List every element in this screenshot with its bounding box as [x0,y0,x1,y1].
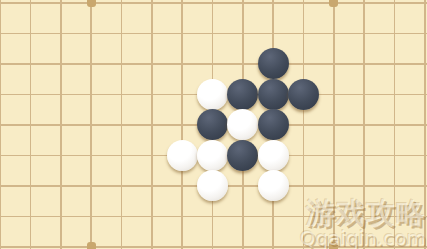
white-stone: ○ [167,140,198,171]
board-intersection[interactable] [46,201,76,232]
board-intersection[interactable] [76,49,106,80]
board-intersection[interactable] [258,18,288,49]
board-intersection[interactable] [258,232,288,249]
board-intersection[interactable] [137,201,167,232]
board-intersection[interactable] [197,232,227,249]
board-intersection[interactable] [410,201,427,232]
board-intersection[interactable] [379,110,409,141]
board-intersection[interactable] [15,79,45,110]
board-intersection[interactable] [197,18,227,49]
board-intersection[interactable] [319,0,349,18]
board-intersection[interactable]: ● [228,140,258,171]
star-point [329,0,338,7]
board-intersection[interactable] [46,110,76,141]
stone-glyph: ○ [263,174,284,198]
star-point [87,242,96,249]
board-intersection[interactable]: ○ [197,79,227,110]
board-intersection[interactable] [349,140,379,171]
board-intersection[interactable] [76,110,106,141]
board-intersection[interactable] [106,171,136,202]
board-intersection[interactable] [46,0,76,18]
board-intersection[interactable] [76,232,106,249]
gomoku-board-grid: ●○●●●●○●○○●○○○ [0,0,427,249]
board-intersection[interactable] [319,49,349,80]
stone-glyph: ○ [263,143,284,167]
board-intersection[interactable] [137,79,167,110]
board-intersection[interactable] [15,140,45,171]
board-intersection[interactable] [167,18,197,49]
board-intersection[interactable] [15,18,45,49]
board-intersection[interactable] [167,171,197,202]
board-intersection[interactable] [0,201,15,232]
board-intersection[interactable] [0,140,15,171]
board-intersection[interactable] [76,79,106,110]
board-intersection[interactable] [349,201,379,232]
board-intersection[interactable] [349,49,379,80]
board-intersection[interactable] [137,232,167,249]
board-intersection[interactable] [319,110,349,141]
board-intersection[interactable] [410,49,427,80]
stone-glyph: ● [202,113,223,137]
board-intersection[interactable]: ○ [228,110,258,141]
board-intersection[interactable] [46,140,76,171]
board-intersection[interactable] [137,140,167,171]
board-intersection[interactable] [15,232,45,249]
board-intersection[interactable] [228,171,258,202]
stone-glyph: ○ [172,143,193,167]
board-intersection[interactable] [197,0,227,18]
board-intersection[interactable]: ● [258,110,288,141]
board-intersection[interactable] [288,110,318,141]
board-intersection[interactable] [319,18,349,49]
board-intersection[interactable] [319,171,349,202]
board-intersection[interactable] [76,18,106,49]
board-intersection[interactable] [76,140,106,171]
board-intersection[interactable] [410,140,427,171]
board-intersection[interactable] [137,18,167,49]
board-intersection[interactable] [288,0,318,18]
board-intersection[interactable] [379,49,409,80]
board-intersection[interactable] [137,0,167,18]
stone-glyph: ● [263,52,284,76]
board-intersection[interactable] [410,79,427,110]
black-stone: ● [258,79,289,110]
board-intersection[interactable] [379,232,409,249]
board-intersection[interactable]: ● [258,79,288,110]
board-intersection[interactable] [410,171,427,202]
board-intersection[interactable] [197,49,227,80]
board-intersection[interactable] [167,110,197,141]
stone-glyph: ● [232,82,253,106]
board-intersection[interactable] [15,201,45,232]
black-stone: ● [288,79,319,110]
board-intersection[interactable] [349,110,379,141]
board-intersection[interactable]: ○ [197,140,227,171]
board-intersection[interactable] [15,0,45,18]
board-intersection[interactable] [167,49,197,80]
white-stone: ○ [197,140,228,171]
board-intersection[interactable] [288,171,318,202]
board-intersection[interactable] [349,79,379,110]
board-intersection[interactable] [258,201,288,232]
board-intersection[interactable] [106,201,136,232]
board-intersection[interactable] [379,0,409,18]
board-intersection[interactable] [46,49,76,80]
board-intersection[interactable] [197,201,227,232]
board-intersection[interactable] [167,201,197,232]
board-intersection[interactable] [106,18,136,49]
board-intersection[interactable] [349,0,379,18]
white-stone: ○ [197,79,228,110]
board-intersection[interactable] [410,18,427,49]
board-intersection[interactable] [319,79,349,110]
board-intersection[interactable] [0,0,15,18]
board-intersection[interactable] [349,232,379,249]
board-intersection[interactable] [106,140,136,171]
board-intersection[interactable] [410,0,427,18]
board-intersection[interactable]: ○ [167,140,197,171]
black-stone: ● [258,109,289,140]
board-intersection[interactable] [379,18,409,49]
board-intersection[interactable] [0,171,15,202]
board-intersection[interactable] [319,201,349,232]
board-intersection[interactable] [228,18,258,49]
board-intersection[interactable] [15,110,45,141]
board-intersection[interactable] [106,79,136,110]
board-intersection[interactable] [46,18,76,49]
board-intersection[interactable]: ○ [258,171,288,202]
board-intersection[interactable] [288,201,318,232]
board-intersection[interactable] [106,49,136,80]
board-intersection[interactable] [46,171,76,202]
board-intersection[interactable] [379,140,409,171]
stone-glyph: ● [263,113,284,137]
board-intersection[interactable] [76,171,106,202]
board-intersection[interactable] [0,18,15,49]
board-intersection[interactable] [46,79,76,110]
stone-glyph: ● [232,143,253,167]
stone-glyph: ○ [202,143,223,167]
white-stone: ○ [258,170,289,201]
board-intersection[interactable] [106,232,136,249]
star-point [329,242,338,249]
board-intersection[interactable] [228,0,258,18]
board-intersection[interactable] [167,0,197,18]
black-stone: ● [197,109,228,140]
board-intersection[interactable] [410,232,427,249]
board-intersection[interactable]: ● [288,79,318,110]
board-intersection[interactable] [0,232,15,249]
board-intersection[interactable] [379,171,409,202]
star-point [87,0,96,7]
board-intersection[interactable] [228,49,258,80]
white-stone: ○ [258,140,289,171]
gomoku-board[interactable]: ●○●●●●○●○○●○○○ 游戏攻略 Qqaiqin.com [0,0,427,249]
board-intersection[interactable]: ● [258,49,288,80]
board-intersection[interactable] [15,49,45,80]
stone-glyph: ○ [202,174,223,198]
board-intersection[interactable] [288,18,318,49]
stone-glyph: ○ [202,82,223,106]
board-intersection[interactable] [0,110,15,141]
board-intersection[interactable] [137,49,167,80]
white-stone: ○ [227,109,258,140]
board-intersection[interactable] [319,232,349,249]
black-stone: ● [258,48,289,79]
board-intersection[interactable] [379,201,409,232]
board-intersection[interactable] [167,232,197,249]
board-intersection[interactable] [15,171,45,202]
board-intersection[interactable] [410,110,427,141]
board-intersection[interactable] [288,232,318,249]
board-intersection[interactable] [228,201,258,232]
board-intersection[interactable] [106,0,136,18]
board-intersection[interactable] [137,171,167,202]
board-intersection[interactable] [379,79,409,110]
board-intersection[interactable] [288,49,318,80]
board-intersection[interactable] [228,232,258,249]
board-intersection[interactable] [46,232,76,249]
stone-glyph: ○ [232,113,253,137]
board-intersection[interactable] [167,79,197,110]
board-intersection[interactable] [258,0,288,18]
board-intersection[interactable]: ○ [197,171,227,202]
black-stone: ● [227,79,258,110]
board-intersection[interactable] [106,110,136,141]
board-intersection[interactable]: ● [228,79,258,110]
stone-glyph: ● [293,82,314,106]
board-intersection[interactable] [76,201,106,232]
board-intersection[interactable] [76,0,106,18]
board-intersection[interactable] [137,110,167,141]
board-intersection[interactable]: ○ [258,140,288,171]
board-intersection[interactable] [349,18,379,49]
black-stone: ● [227,140,258,171]
stone-glyph: ● [263,82,284,106]
white-stone: ○ [197,170,228,201]
board-intersection[interactable] [288,140,318,171]
board-intersection[interactable] [319,140,349,171]
board-intersection[interactable] [0,49,15,80]
board-intersection[interactable] [349,171,379,202]
board-intersection[interactable]: ● [197,110,227,141]
board-intersection[interactable] [0,79,15,110]
